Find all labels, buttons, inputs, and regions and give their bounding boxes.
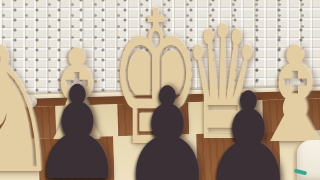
cropped-white-piece-right[interactable] bbox=[297, 140, 320, 180]
black-pawn-1-piece[interactable]: ♟ bbox=[26, 69, 129, 180]
chess-photo: ♞ ♝ ♚ ♛ ♝ ♟ ♟ ♟ bbox=[0, 0, 320, 180]
black-pawn-3-piece[interactable]: ♟ bbox=[196, 75, 301, 180]
